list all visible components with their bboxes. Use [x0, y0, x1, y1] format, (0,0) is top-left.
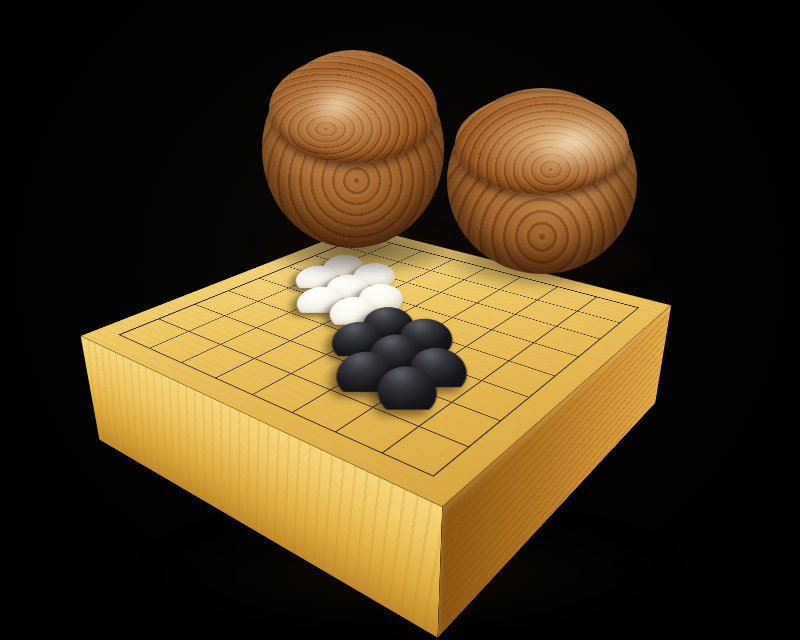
black-stone: ●	[401, 316, 453, 353]
go-scene-photo: ●●●●●●●●●●●●●●	[0, 0, 800, 640]
black-stone-glyph: ●	[326, 319, 388, 356]
black-stone: ●	[370, 331, 423, 371]
black-stone-glyph: ●	[405, 344, 474, 387]
black-stone: ●	[336, 348, 392, 392]
black-stone-glyph: ●	[396, 316, 458, 353]
go-bowl-right	[447, 88, 637, 274]
black-stone-glyph: ●	[365, 331, 429, 371]
black-stone-glyph: ●	[373, 362, 443, 409]
black-stone: ●	[410, 344, 468, 387]
black-stone: ●	[331, 319, 383, 356]
black-stone-glyph: ●	[330, 348, 398, 392]
go-bowl-left	[262, 50, 444, 248]
black-stone: ●	[379, 362, 437, 409]
